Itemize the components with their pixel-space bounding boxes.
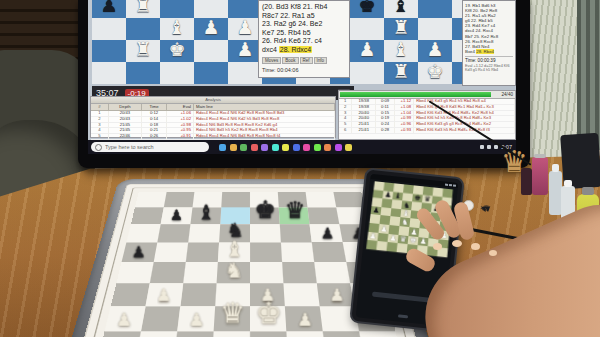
engine-col-header: Depth [109, 104, 142, 110]
chess-piece-wB[interactable]: ♝ [168, 18, 185, 37]
board-square[interactable] [221, 192, 250, 208]
taskbar-app-icon[interactable] [230, 144, 237, 151]
taskbar-app-icon[interactable] [251, 144, 258, 151]
board-square[interactable]: ♚ [418, 62, 452, 84]
chess-piece-wP[interactable]: ♟ [358, 40, 375, 59]
board-square[interactable] [212, 331, 250, 337]
board-square[interactable] [154, 242, 189, 262]
board-square[interactable] [111, 283, 150, 306]
engine-col-header: Main line [194, 104, 335, 110]
knuckle [489, 250, 497, 256]
move-line: (20. Bd3 Kf8 21. Rb4 [262, 3, 346, 12]
board-square[interactable] [135, 192, 167, 208]
board-square[interactable] [116, 262, 153, 283]
chess-piece-wP: ♟ [380, 225, 388, 233]
board-square[interactable]: ♝ [160, 18, 194, 40]
board-square[interactable]: ♟ [122, 242, 158, 262]
board-square[interactable]: ♟ [146, 283, 184, 306]
taskbar-app-icon[interactable] [219, 144, 226, 151]
board-square[interactable]: ♟ [285, 306, 323, 331]
board-square[interactable]: ♜ [384, 18, 418, 40]
board-square[interactable] [323, 331, 364, 337]
board-square[interactable]: ♚ [160, 40, 194, 62]
board-square[interactable] [314, 262, 350, 283]
move-line: dxc4 28. Rdxc4 [262, 46, 346, 55]
board-square[interactable] [183, 262, 218, 283]
board-square[interactable]: ♜ [126, 0, 160, 18]
engine-analysis-row[interactable]: 621/410:28+0.93Rbe4 Kf6 Kd3 h5 Rc4 Rd8+ … [339, 128, 515, 134]
chess-piece-wQ[interactable]: ♛ [219, 300, 244, 328]
notation-window[interactable]: (20. Bd3 Kf8 21. Rb4R8c7 22. Ra1 a523. R… [258, 0, 350, 78]
chess-piece-wN: ♞ [401, 218, 409, 226]
board-square[interactable]: ♚ [250, 207, 280, 224]
board-square[interactable] [350, 62, 384, 84]
engine-analysis-right[interactable]: 24/40 119/380:09+1.12Rbe4 Kf6 Kd3 g5 Rc4… [338, 90, 516, 140]
chess-piece-bB: ♝ [394, 192, 401, 200]
move-line: Bxe4 28. Rbe4 [465, 49, 513, 54]
right-engine-note: Eval +1.12 d=22 Rbe4 Kf6 Kd3 g5 Rc4 h5 R… [465, 64, 513, 73]
chess-piece-wP[interactable]: ♟ [236, 40, 253, 59]
taskbar-app-icon[interactable] [282, 144, 289, 151]
search-placeholder: Type here to search [105, 144, 154, 150]
board-square[interactable]: ♚ [250, 306, 286, 331]
engine-table-header: #DepthTimeEvalMain line [91, 104, 335, 111]
notation-tab[interactable]: Moves [262, 57, 281, 64]
chess-piece-wP[interactable]: ♟ [116, 311, 132, 328]
knuckle [433, 243, 442, 250]
board-square[interactable]: ♝ [384, 40, 418, 62]
taskbar-app-icon[interactable] [314, 144, 321, 151]
board-square[interactable]: ♚ [350, 0, 384, 18]
tablet-home-indicator[interactable] [398, 314, 408, 318]
move-line: R8c7 22. Ra1 a5 [262, 12, 346, 21]
board-square[interactable]: ♟ [177, 306, 215, 331]
chess-piece-bK: ♚ [414, 194, 421, 202]
board-square[interactable] [333, 192, 365, 208]
taskbar-app-icon[interactable] [303, 144, 310, 151]
board-square[interactable] [92, 40, 126, 62]
engine-progress-label: 24/40 [502, 91, 514, 98]
board-square[interactable] [180, 283, 216, 306]
pink-can [532, 157, 548, 195]
engine-col-header: Eval [167, 104, 194, 110]
chess-piece-bP[interactable]: ♟ [131, 244, 145, 259]
board-square[interactable] [92, 18, 126, 40]
small-dark-bottle [521, 168, 532, 195]
board-square[interactable]: ♜ [126, 40, 160, 62]
chess-piece-wK: ♚ [409, 236, 417, 244]
board-square[interactable] [283, 283, 319, 306]
chess-piece-wP[interactable]: ♟ [236, 18, 253, 37]
board-square[interactable]: ♟ [317, 283, 355, 306]
chess-piece-wP[interactable]: ♟ [188, 311, 204, 328]
chess-piece-bB[interactable]: ♝ [392, 0, 409, 15]
board-square[interactable]: ♟ [350, 40, 384, 62]
board-square[interactable] [150, 262, 186, 283]
board-square[interactable] [359, 331, 402, 337]
move-list: (20. Bd3 Kf8 21. Rb4R8c7 22. Ra1 a523. R… [262, 3, 346, 55]
board-square[interactable] [418, 18, 452, 40]
board-square[interactable] [306, 192, 337, 208]
board-square[interactable] [194, 62, 228, 84]
board-square[interactable] [350, 18, 384, 40]
notation-tab[interactable]: Info [314, 57, 328, 64]
chess-piece-bP[interactable]: ♟ [320, 226, 333, 241]
right-notation-window[interactable]: 19. Rb1 Bd6 h3Kf8 20. Be2 Re821. Ra1 a5 … [462, 0, 516, 86]
chess-piece-wQ: ♛ [399, 235, 407, 243]
chess-piece-bK[interactable]: ♚ [254, 198, 276, 222]
chess-piece-wK[interactable]: ♚ [426, 62, 443, 81]
chess-piece-bK[interactable]: ♚ [358, 0, 375, 15]
photo-scene: ♝♟♜♝♟♟♜♚♟ ♚♝♟♜♟♝♟♟♜♚♟ 35:07 -0:19 (20. B… [0, 0, 600, 337]
board-square[interactable] [174, 331, 214, 337]
taskbar-icons[interactable] [219, 144, 352, 151]
chess-piece-bP[interactable]: ♟ [169, 208, 182, 222]
engine-col-header: Time [142, 104, 167, 110]
board-square[interactable] [194, 40, 228, 62]
chess-piece-wP: ♟ [369, 232, 377, 240]
move-line: 26. Rd4 Ke6 27. c4 [262, 37, 346, 46]
taskbar-app-icon[interactable] [335, 144, 342, 151]
taskbar-app-icon[interactable] [293, 144, 300, 151]
board-square[interactable] [92, 62, 126, 84]
board-square[interactable] [136, 331, 177, 337]
tray-icon[interactable] [487, 145, 491, 149]
knuckle [452, 240, 462, 247]
engine-panel-title: Analysis [91, 97, 335, 104]
notation-tab[interactable]: Book [282, 57, 298, 64]
taskbar-app-icon[interactable] [272, 144, 279, 151]
board-square[interactable] [281, 242, 314, 262]
notation-time: Time: 00:04:06 [262, 66, 346, 75]
chess-piece-wR[interactable]: ♜ [392, 62, 409, 81]
board-square[interactable]: ♟ [194, 18, 228, 40]
chess-piece-wR[interactable]: ♜ [392, 18, 409, 37]
board-square[interactable] [126, 18, 160, 40]
board-square[interactable]: ♟ [228, 40, 262, 62]
monitor-screen: ♝♟♜♝♟♟♜♚♟ ♚♝♟♜♟♝♟♟♜♚♟ 35:07 -0:19 (20. B… [88, 0, 516, 154]
taskbar-search[interactable]: Type here to search [91, 142, 209, 152]
taskbar-app-icon[interactable] [324, 144, 331, 151]
notation-tab[interactable]: Ref [300, 57, 313, 64]
board-square[interactable]: ♟ [228, 18, 262, 40]
engine-progress: 24/40 [339, 91, 515, 99]
board-square[interactable]: ♜ [384, 62, 418, 84]
chess-piece-wR[interactable]: ♜ [134, 40, 151, 59]
board-square[interactable]: ♟ [92, 0, 126, 18]
chess-piece-wP[interactable]: ♟ [426, 40, 443, 59]
move-line: Ke7 25. Rb4 b5 [262, 29, 346, 38]
chess-piece-wK[interactable]: ♚ [255, 299, 281, 328]
taskbar-app-icon[interactable] [261, 144, 268, 151]
move-line: 23. Ra2 g6 24. Be2 [262, 20, 346, 29]
monitor: ♝♟♜♝♟♟♜♚♟ ♚♝♟♜♟♝♟♟♜♚♟ 35:07 -0:19 (20. B… [78, 0, 530, 168]
chess-piece-wP[interactable]: ♟ [296, 311, 312, 328]
board-square[interactable] [250, 331, 288, 337]
chess-piece-wP: ♟ [389, 234, 397, 242]
chess-piece-wN[interactable]: ♞ [224, 260, 243, 281]
notation-tabs[interactable]: MovesBookRefInfo [262, 57, 346, 64]
board-square[interactable]: ♛ [214, 306, 250, 331]
chess-piece-bP: ♟ [372, 207, 380, 215]
tray-icon[interactable] [480, 145, 484, 149]
board-square[interactable] [286, 331, 326, 337]
chess-piece-wP[interactable]: ♟ [202, 18, 219, 37]
board-square[interactable] [98, 331, 141, 337]
board-square[interactable] [126, 62, 160, 84]
chess-piece-wP[interactable]: ♟ [156, 287, 171, 304]
board-square[interactable] [418, 0, 452, 18]
chess-piece-wK[interactable]: ♚ [168, 40, 185, 59]
chess-piece-wR[interactable]: ♜ [134, 0, 151, 15]
electronic-chessboard[interactable]: ♟♝♚♛♞♟♟♟♝♞♟♟♟♟♟♟♛♚♟ [119, 179, 381, 337]
chess-piece-bB[interactable]: ♝ [197, 203, 215, 223]
board-square[interactable]: ♟ [418, 40, 452, 62]
engine-col-header: # [91, 104, 109, 110]
highlighted-move[interactable]: 28. Rbe4 [476, 49, 494, 54]
chess-piece-wB[interactable]: ♝ [392, 40, 409, 59]
board-square[interactable]: ♟ [105, 306, 146, 331]
engine-analysis-left[interactable]: Analysis #DepthTimeEvalMain line 120/430… [90, 96, 336, 138]
board-square[interactable] [164, 192, 195, 208]
taskbar-app-icon[interactable] [345, 144, 352, 151]
chess-piece-wP: ♟ [419, 237, 427, 245]
board-square[interactable] [250, 262, 283, 283]
board-square[interactable] [160, 62, 194, 84]
highlighted-move[interactable]: 28. Rdxc4 [279, 46, 313, 53]
board-square[interactable] [141, 306, 180, 331]
right-notation-time: Time: 00:00:39 [465, 56, 513, 63]
chess-piece-wP[interactable]: ♟ [329, 287, 344, 304]
chess-piece-bP: ♟ [384, 191, 391, 199]
board-square[interactable] [312, 242, 347, 262]
board-square[interactable] [250, 242, 282, 262]
board-square[interactable]: ♞ [217, 262, 250, 283]
board-square[interactable] [186, 242, 219, 262]
chess-piece-bQ: ♛ [424, 195, 431, 203]
tablet-toolbar[interactable] [372, 292, 434, 303]
windows-taskbar[interactable]: Type here to search 2:07 [88, 140, 516, 154]
board-square[interactable] [282, 262, 317, 283]
search-icon [95, 144, 102, 151]
chess-piece-bP[interactable]: ♟ [100, 0, 117, 15]
engine-progress-bar [340, 92, 491, 97]
knuckle [471, 243, 480, 250]
engine-table-rows-right: 119/380:09+1.12Rbe4 Kf6 Kd3 g5 Rc4 h5 Rb… [339, 99, 515, 134]
board-square[interactable] [228, 62, 262, 84]
taskbar-app-icon[interactable] [240, 144, 247, 151]
chess-piece-bQ[interactable]: ♛ [284, 199, 305, 222]
right-move-list: 19. Rb1 Bd6 h3Kf8 20. Be2 Re821. Ra1 a5 … [465, 3, 513, 54]
